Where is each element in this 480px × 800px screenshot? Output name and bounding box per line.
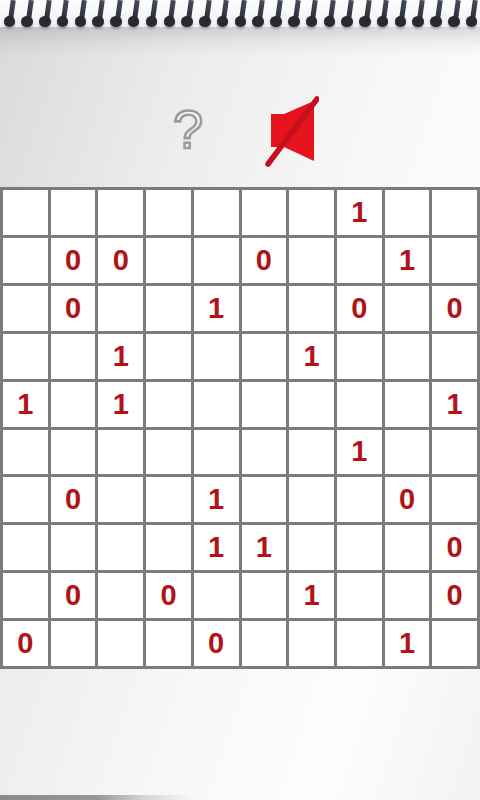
coil-end (181, 16, 193, 27)
coil (18, 0, 36, 32)
cell-r3c7[interactable] (289, 286, 334, 331)
page: ? 1000101001111110101100010001 (0, 0, 480, 800)
cell-r3c10[interactable]: 0 (432, 286, 477, 331)
cell-r9c8[interactable] (337, 573, 382, 618)
coil (302, 0, 320, 32)
cell-r9c4[interactable]: 0 (146, 573, 191, 618)
cell-r2c4[interactable] (146, 238, 191, 283)
cell-r10c2[interactable] (51, 621, 96, 666)
coil (160, 0, 178, 32)
coil (71, 0, 89, 32)
cell-r3c3[interactable] (98, 286, 143, 331)
cell-r1c3[interactable] (98, 190, 143, 235)
cell-r4c1[interactable] (3, 334, 48, 379)
muted-speaker-icon (261, 94, 319, 168)
cell-r10c3[interactable] (98, 621, 143, 666)
cell-r10c5[interactable]: 0 (194, 621, 239, 666)
coil-end (270, 16, 282, 27)
coil-end (412, 16, 424, 27)
cell-r9c1[interactable] (3, 573, 48, 618)
cell-r7c1[interactable] (3, 477, 48, 522)
coil-end (306, 16, 318, 27)
coil-end (110, 16, 122, 27)
cell-r7c8[interactable] (337, 477, 382, 522)
coil-end (252, 16, 264, 27)
coil (373, 0, 391, 32)
coil-end (217, 16, 229, 27)
cell-r6c5[interactable] (194, 430, 239, 475)
cell-r10c9[interactable]: 1 (385, 621, 430, 666)
coil-end (288, 16, 300, 27)
cell-r5c9[interactable] (385, 382, 430, 427)
cell-r8c7[interactable] (289, 525, 334, 570)
coil-end (324, 16, 336, 27)
cell-r9c7[interactable]: 1 (289, 573, 334, 618)
cell-r6c7[interactable] (289, 430, 334, 475)
cell-r9c5[interactable] (194, 573, 239, 618)
cell-r8c10[interactable]: 0 (432, 525, 477, 570)
cell-r2c7[interactable] (289, 238, 334, 283)
cell-r2c5[interactable] (194, 238, 239, 283)
cell-r4c3[interactable]: 1 (98, 334, 143, 379)
cell-r7c2[interactable]: 0 (51, 477, 96, 522)
coil-end (57, 16, 69, 27)
coil (356, 0, 374, 32)
coil-end (466, 16, 478, 27)
coil (36, 0, 54, 32)
coil-end (39, 16, 51, 27)
mute-button[interactable] (261, 94, 319, 168)
cell-r10c8[interactable] (337, 621, 382, 666)
cell-r5c8[interactable] (337, 382, 382, 427)
cell-r3c9[interactable] (385, 286, 430, 331)
cell-r9c10[interactable]: 0 (432, 573, 477, 618)
cell-r7c10[interactable] (432, 477, 477, 522)
cell-r4c4[interactable] (146, 334, 191, 379)
coil-end (92, 16, 104, 27)
coil-end (128, 16, 140, 27)
cell-r2c9[interactable]: 1 (385, 238, 430, 283)
cell-r6c8[interactable]: 1 (337, 430, 382, 475)
coil (124, 0, 142, 32)
coil-end (164, 16, 176, 27)
cell-r7c6[interactable] (242, 477, 287, 522)
coil (178, 0, 196, 32)
cell-r1c7[interactable] (289, 190, 334, 235)
cell-r2c8[interactable] (337, 238, 382, 283)
cell-r5c3[interactable]: 1 (98, 382, 143, 427)
cell-r7c5[interactable]: 1 (194, 477, 239, 522)
coil (285, 0, 303, 32)
cell-r1c9[interactable] (385, 190, 430, 235)
cell-r5c6[interactable] (242, 382, 287, 427)
cell-r3c6[interactable] (242, 286, 287, 331)
page-edge-shadow (0, 795, 195, 800)
coil-end (21, 16, 33, 27)
cell-r4c2[interactable] (51, 334, 96, 379)
cell-r9c3[interactable] (98, 573, 143, 618)
cell-r4c5[interactable] (194, 334, 239, 379)
cell-r9c9[interactable] (385, 573, 430, 618)
cell-r8c6[interactable]: 1 (242, 525, 287, 570)
cell-r1c1[interactable] (3, 190, 48, 235)
coil (249, 0, 267, 32)
cell-r4c9[interactable] (385, 334, 430, 379)
coil (409, 0, 427, 32)
cell-r4c8[interactable] (337, 334, 382, 379)
cell-r1c2[interactable] (51, 190, 96, 235)
coil-end (341, 16, 353, 27)
cell-r8c1[interactable] (3, 525, 48, 570)
coil-end (377, 16, 389, 27)
question-mark-icon: ? (165, 100, 211, 162)
cell-r2c2[interactable]: 0 (51, 238, 96, 283)
cell-r10c10[interactable] (432, 621, 477, 666)
coil-end (359, 16, 371, 27)
cell-r7c3[interactable] (98, 477, 143, 522)
cell-r1c10[interactable] (432, 190, 477, 235)
cell-r10c4[interactable] (146, 621, 191, 666)
coil (445, 0, 463, 32)
cell-r6c3[interactable] (98, 430, 143, 475)
coil-end (199, 16, 211, 27)
cell-r8c9[interactable] (385, 525, 430, 570)
coil (427, 0, 445, 32)
cell-r8c4[interactable] (146, 525, 191, 570)
cell-r10c6[interactable] (242, 621, 287, 666)
cell-r6c2[interactable] (51, 430, 96, 475)
cell-r3c8[interactable]: 0 (337, 286, 382, 331)
cell-r4c7[interactable]: 1 (289, 334, 334, 379)
cell-r5c7[interactable] (289, 382, 334, 427)
cell-r5c5[interactable] (194, 382, 239, 427)
question-mark-glyph: ? (173, 100, 203, 159)
cell-r2c6[interactable]: 0 (242, 238, 287, 283)
coil-end (75, 16, 87, 27)
cell-r8c3[interactable] (98, 525, 143, 570)
help-button[interactable]: ? (165, 100, 211, 162)
coil (462, 0, 480, 32)
cell-r1c5[interactable] (194, 190, 239, 235)
cell-r9c2[interactable]: 0 (51, 573, 96, 618)
cell-r1c6[interactable] (242, 190, 287, 235)
coil (196, 0, 214, 32)
cell-r7c9[interactable]: 0 (385, 477, 430, 522)
cell-r6c6[interactable] (242, 430, 287, 475)
coil-end (146, 16, 158, 27)
coil (231, 0, 249, 32)
cell-r2c1[interactable] (3, 238, 48, 283)
cell-r3c4[interactable] (146, 286, 191, 331)
cell-r3c5[interactable]: 1 (194, 286, 239, 331)
coil (0, 0, 18, 32)
cell-r5c10[interactable]: 1 (432, 382, 477, 427)
cell-r5c4[interactable] (146, 382, 191, 427)
coil-end (235, 16, 247, 27)
cell-r8c8[interactable] (337, 525, 382, 570)
cell-r1c4[interactable] (146, 190, 191, 235)
cell-r6c10[interactable] (432, 430, 477, 475)
coil (338, 0, 356, 32)
cell-r5c1[interactable]: 1 (3, 382, 48, 427)
cell-r2c3[interactable]: 0 (98, 238, 143, 283)
cell-r8c5[interactable]: 1 (194, 525, 239, 570)
cell-r4c10[interactable] (432, 334, 477, 379)
cell-r10c7[interactable] (289, 621, 334, 666)
cell-r1c8[interactable]: 1 (337, 190, 382, 235)
cell-r5c2[interactable] (51, 382, 96, 427)
coil (320, 0, 338, 32)
coil-end (430, 16, 442, 27)
coil (267, 0, 285, 32)
coil (213, 0, 231, 32)
coil (89, 0, 107, 32)
coil-end (448, 16, 460, 27)
cell-r10c1[interactable]: 0 (3, 621, 48, 666)
puzzle-grid: 1000101001111110101100010001 (0, 187, 480, 669)
coil (142, 0, 160, 32)
cell-r4c6[interactable] (242, 334, 287, 379)
cell-r6c1[interactable] (3, 430, 48, 475)
cell-r6c9[interactable] (385, 430, 430, 475)
cell-r7c7[interactable] (289, 477, 334, 522)
cell-r3c1[interactable] (3, 286, 48, 331)
coil (53, 0, 71, 32)
spiral-binding (0, 0, 480, 32)
cell-r3c2[interactable]: 0 (51, 286, 96, 331)
coil-end (4, 16, 16, 27)
coil (391, 0, 409, 32)
coil (107, 0, 125, 32)
cell-r9c6[interactable] (242, 573, 287, 618)
coil-end (395, 16, 407, 27)
cell-r2c10[interactable] (432, 238, 477, 283)
cell-r6c4[interactable] (146, 430, 191, 475)
cell-r7c4[interactable] (146, 477, 191, 522)
cell-r8c2[interactable] (51, 525, 96, 570)
